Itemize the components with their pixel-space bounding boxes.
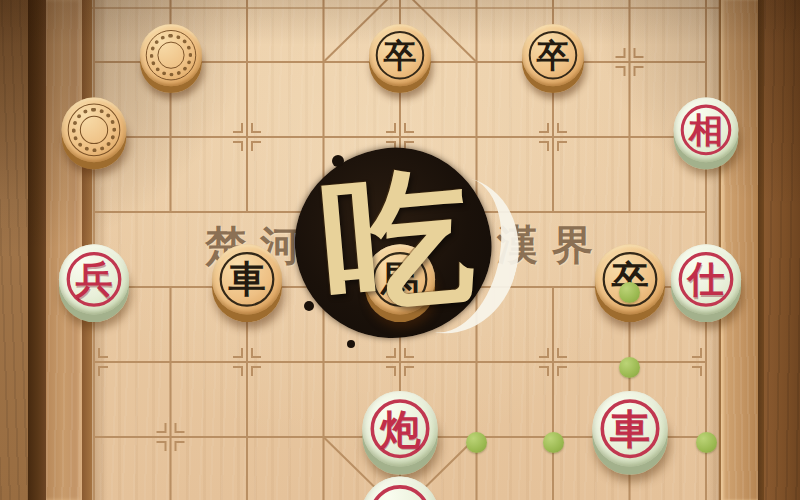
piece-red-advisor[interactable]: 仕 (668, 240, 745, 325)
capture-badge-text: 吃 (316, 159, 479, 322)
piece-hidden-piece[interactable] (137, 20, 205, 96)
piece-face: 車 (212, 244, 282, 314)
piece-red-unknown-partial[interactable] (357, 472, 442, 500)
piece-character: 車 (228, 244, 265, 314)
piece-black-chariot[interactable]: 車 (209, 240, 286, 325)
move-hint-dot[interactable] (543, 432, 564, 453)
piece-character: 兵 (75, 244, 112, 314)
piece-character: 車 (609, 391, 649, 467)
facedown-ornament-inner-ring (157, 42, 184, 69)
piece-character: 卒 (611, 244, 648, 314)
piece-red-elephant[interactable]: 相 (671, 93, 742, 172)
ink-speck (304, 301, 314, 311)
capture-hint-dot[interactable] (619, 282, 640, 303)
piece-character: 炮 (380, 391, 420, 467)
piece-face (139, 24, 201, 86)
ink-speck (347, 340, 355, 348)
piece-face: 炮 (362, 391, 438, 467)
move-hint-dot[interactable] (696, 432, 717, 453)
piece-red-soldier[interactable]: 兵 (56, 240, 133, 325)
piece-face: 車 (592, 391, 668, 467)
piece-face: 相 (674, 98, 739, 163)
piece-character: 相 (689, 98, 723, 163)
piece-face: 兵 (59, 244, 129, 314)
piece-face: 卒 (522, 24, 584, 86)
xiangqi-app-screen: 楚河 漢界 卒 卒 (0, 0, 800, 500)
piece-red-cannon[interactable]: 炮 (359, 386, 442, 478)
piece-black-soldier[interactable]: 卒 (366, 20, 434, 96)
piece-character: 卒 (537, 24, 570, 86)
piece-hidden-piece[interactable] (59, 93, 130, 172)
piece-character: 卒 (384, 24, 417, 86)
piece-face: 卒 (369, 24, 431, 86)
piece-face (361, 476, 439, 500)
piece-ring (370, 485, 431, 500)
move-hint-dot[interactable] (466, 432, 487, 453)
piece-face (62, 98, 127, 163)
piece-face: 卒 (594, 244, 664, 314)
facedown-ornament-inner-ring (80, 116, 108, 144)
piece-character: 仕 (687, 244, 724, 314)
piece-black-soldier[interactable]: 卒 (519, 20, 587, 96)
wood-frame-left-groove (28, 0, 46, 500)
piece-red-chariot[interactable]: 車 (588, 386, 671, 478)
wood-frame-right-outer (764, 0, 800, 500)
move-hint-dot[interactable] (619, 357, 640, 378)
wood-frame-left-outer (0, 0, 28, 500)
piece-face: 仕 (671, 244, 741, 314)
